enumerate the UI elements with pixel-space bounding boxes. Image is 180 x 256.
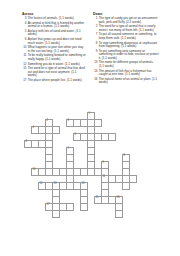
- grid-cell-r14c6[interactable]: [52, 210, 60, 218]
- down-clue-list: 1The type of candy you get at an amuseme…: [93, 17, 159, 85]
- cell-number: 6: [26, 140, 27, 143]
- clue-text: The natural home of an animal or plant. …: [99, 78, 159, 85]
- cell-number: 8: [124, 154, 125, 157]
- cell-number: 17: [47, 203, 50, 206]
- grid-cell-r9c17[interactable]: [129, 175, 137, 183]
- clue-text: A plant that grows up and does not need …: [28, 38, 86, 45]
- cell-number: 12: [40, 182, 43, 185]
- grid-cell-r10c16[interactable]: [122, 182, 130, 190]
- down-section: Down 1The type of candy you get at an am…: [93, 12, 159, 86]
- cell-number: 4: [33, 126, 34, 129]
- clue-text: The name for different groups of animals…: [99, 61, 159, 68]
- grid-cell-r1c12[interactable]: [94, 119, 102, 127]
- clue-item-across-6: 6A plant that grows up and does not need…: [22, 38, 86, 45]
- clue-item-down-1: 1The type of candy you get at an amuseme…: [93, 17, 159, 24]
- cell-number: 9: [103, 161, 104, 164]
- clue-item-down-2: 2The word for a type of animal that is n…: [93, 25, 159, 32]
- cell-number: 13: [54, 182, 57, 185]
- clue-item-down-7: 7To put all around someone or something,…: [93, 33, 159, 40]
- clue-text: What happens to your skin when you stay …: [28, 46, 86, 53]
- clue-item-down-13: 13The name for different groups of anima…: [93, 61, 159, 68]
- clue-item-across-3: 3The fastest of animals. (1,1 words): [22, 17, 86, 21]
- grid-cell-r3c14[interactable]: [108, 133, 116, 141]
- cell-number: 3: [68, 119, 69, 122]
- clue-text: The amount of fish that a fisherman has …: [99, 70, 159, 77]
- grid-cell-r2c6[interactable]: [52, 126, 60, 134]
- clue-text: To put something onto someone or somethi…: [99, 50, 159, 61]
- cell-number: 11: [103, 175, 106, 178]
- cell-number: 10: [33, 168, 36, 171]
- clue-text: A place with lots of sand and water. (1,…: [28, 30, 86, 37]
- clue-item-down-16: 16The natural home of an animal or plant…: [93, 78, 159, 85]
- clue-text: The type of candy you get at an amusemen…: [99, 17, 159, 24]
- clue-item-across-5: 5A place with lots of sand and water. (1…: [22, 30, 86, 37]
- grid-cell-r13c10[interactable]: [80, 203, 88, 211]
- clue-text: To be really looking forward to somethin…: [28, 54, 86, 61]
- across-clue-list: 3The fastest of animals. (1,1 words)4An …: [22, 17, 86, 83]
- clue-text: The word for a type of animal that is ne…: [99, 25, 159, 32]
- clue-item-across-4: 4An animal or bird that is hunted by ano…: [22, 22, 86, 29]
- cell-number: 16: [117, 196, 120, 199]
- clue-item-across-10: 10What happens to your skin when you sta…: [22, 46, 86, 53]
- cell-number: 14: [82, 182, 85, 185]
- clue-item-across-17: 17The place where people live. (1,1 word…: [22, 79, 86, 83]
- clue-item-across-11: 11To be really looking forward to someth…: [22, 54, 86, 61]
- clue-item-down-8: 8To stop something dangerous or unpleasa…: [93, 42, 159, 49]
- clue-text: The place where people live. (1,1 words): [28, 79, 86, 83]
- grid-cell-r13c8[interactable]: [66, 203, 74, 211]
- grid-cell-r14c15[interactable]: [115, 210, 123, 218]
- across-section: Across 3The fastest of animals. (1,1 wor…: [22, 12, 86, 84]
- clue-text: An animal or bird that is hunted by anot…: [28, 22, 86, 29]
- clue-text: To put all around someone or something, …: [99, 33, 159, 40]
- clue-item-down-9: 9To put something onto someone or someth…: [93, 50, 159, 61]
- cell-number: 5: [75, 133, 76, 136]
- crossword-grid: 1234567891011121314151617: [10, 112, 150, 217]
- clue-text: The word for a type of animal that has d…: [28, 67, 86, 78]
- cell-number: 15: [96, 196, 99, 199]
- cell-number: 7: [68, 147, 69, 150]
- clue-text: To stop something dangerous or unpleasan…: [99, 42, 159, 49]
- clue-item-across-15: 15The word for a type of animal that has…: [22, 67, 86, 78]
- worksheet-page: Across 3The fastest of animals. (1,1 wor…: [0, 0, 180, 256]
- cell-number: 1: [89, 112, 90, 115]
- cell-number: 2: [47, 119, 48, 122]
- clue-text: The fastest of animals. (1,1 words): [28, 17, 86, 21]
- clue-item-down-14: 14The amount of fish that a fisherman ha…: [93, 70, 159, 77]
